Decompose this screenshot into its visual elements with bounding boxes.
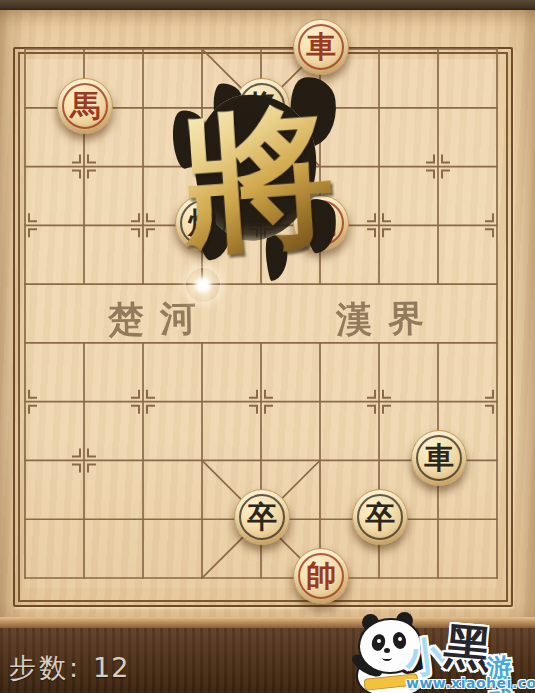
- move-counter-value: 12: [93, 652, 129, 683]
- table-front-bevel: [0, 617, 535, 628]
- piece-label: 馬: [70, 91, 100, 121]
- piece-label: 炮: [188, 208, 218, 238]
- piece-label: 卒: [365, 502, 395, 532]
- river-label-han: 漢界: [336, 294, 441, 338]
- piece-red-horse-a[interactable]: 馬: [57, 78, 113, 134]
- move-counter-label: 步数:: [9, 652, 81, 683]
- xiangqi-game-screen: 楚河 漢界 車馬将炮馬車卒卒帥 將 步数:12 小 黑 游戏 www.xiaoh…: [0, 0, 535, 693]
- piece-black-general[interactable]: 将: [234, 78, 290, 134]
- piece-black-cannon[interactable]: 炮: [175, 195, 231, 251]
- move-counter: 步数:12: [9, 650, 129, 686]
- piece-black-soldier-b[interactable]: 卒: [352, 489, 408, 545]
- piece-label: 帥: [306, 561, 336, 591]
- table-top-edge: [0, 0, 535, 10]
- piece-label: 卒: [247, 502, 277, 532]
- piece-label: 馬: [306, 208, 336, 238]
- piece-black-soldier-a[interactable]: 卒: [234, 489, 290, 545]
- piece-red-general[interactable]: 帥: [293, 548, 349, 604]
- piece-red-horse-b[interactable]: 馬: [293, 195, 349, 251]
- last-move-sparkle-icon: [185, 267, 221, 303]
- piece-label: 車: [306, 32, 336, 62]
- piece-red-chariot[interactable]: 車: [293, 19, 349, 75]
- piece-label: 車: [424, 443, 454, 473]
- piece-label: 将: [247, 91, 277, 121]
